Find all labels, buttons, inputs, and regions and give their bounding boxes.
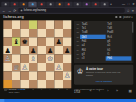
square-d2[interactable] [29,71,37,79]
square-g3[interactable]: ♙ [54,63,62,71]
square-e5[interactable] [37,46,45,54]
square-h2[interactable]: ♙ [63,71,71,79]
white-pawn[interactable]: ♙ [21,63,27,71]
square-a3[interactable] [3,63,11,71]
training-rating-card: Votre classement de tactique 1753 [74,88,104,94]
square-d5[interactable]: ♟ [29,46,37,54]
square-d3[interactable] [29,63,37,71]
taskbar-start-button[interactable] [0,99,4,102]
browser-window: + — □ ✕ ← → ⟳ lichess.org/training ☆ ≡ l… [0,0,136,102]
browser-tab[interactable] [1,2,9,7]
square-h8[interactable] [63,20,71,28]
square-e8[interactable] [37,20,45,28]
black-pawn[interactable]: ♟ [47,46,53,54]
square-a5[interactable]: ♟ [3,46,11,54]
puzzle-panel: 23Tad1Te824Te1Td825Txd8Fxd826Db3Rc627Fd4… [74,21,133,93]
search-icon[interactable] [115,16,117,18]
black-pawn[interactable]: ♟ [4,46,10,54]
square-c6[interactable]: ♚ [20,37,28,45]
tab-favicon [31,3,33,5]
browser-tab[interactable] [46,2,54,7]
square-c2[interactable] [20,71,28,79]
square-b6[interactable]: ♝ [12,37,20,45]
square-e6[interactable] [37,37,45,45]
browser-tab[interactable] [55,2,63,7]
rating-label: Votre classement de tactique [74,88,104,90]
white-pawn[interactable]: ♙ [55,63,61,71]
padlock-icon [21,9,23,11]
square-a6[interactable] [3,37,11,45]
square-f7[interactable] [46,29,54,37]
tab-favicon [4,3,6,5]
browser-tab[interactable] [37,2,45,7]
square-g6[interactable]: ♟ [54,37,62,45]
square-e2[interactable] [37,71,45,79]
square-c7[interactable] [20,29,28,37]
square-c8[interactable] [20,20,28,28]
white-queen[interactable]: ♕ [13,63,19,71]
square-e7[interactable] [37,29,45,37]
tab-favicon [103,3,105,5]
tab-favicon [94,3,96,5]
black-bishop[interactable]: ♝ [13,37,19,45]
board-area: ♝♚♟♟♟♟♟♙♗♔♕♙♙♙ abcdefgh [3,20,71,93]
square-b5[interactable] [12,46,20,54]
square-h7[interactable] [63,29,71,37]
url-bar[interactable]: lichess.org/training [18,8,124,13]
square-h6[interactable] [63,37,71,45]
window-controls: — □ ✕ [122,3,135,7]
black-pawn[interactable]: ♟ [55,37,61,45]
square-f8[interactable] [46,20,54,28]
tab-favicon [40,3,42,5]
maximize-icon[interactable]: □ [128,3,130,6]
white-bishop[interactable]: ♗ [30,54,36,62]
square-b2[interactable] [12,71,20,79]
reload-icon[interactable]: ⟳ [13,8,16,12]
view-solution-link[interactable]: Voir la solution [74,80,133,83]
square-b7[interactable] [12,29,20,37]
minimize-icon[interactable]: — [122,3,125,6]
menu-icon[interactable]: ≡ [132,8,134,12]
tab-favicon [49,3,51,5]
square-c3[interactable]: ♙ [20,63,28,71]
square-h5[interactable]: ♟ [63,46,71,54]
tab-favicon [76,3,78,5]
square-h4[interactable] [63,54,71,62]
square-f6[interactable] [46,37,54,45]
square-a8[interactable] [3,20,11,28]
white-move[interactable]: c3 [80,56,106,60]
username-menu[interactable]: joueur ▾ [123,15,132,18]
square-f5[interactable]: ♟ [46,46,54,54]
rating-value: 1753 [74,91,104,94]
browser-tab[interactable] [82,2,90,7]
bell-icon[interactable] [119,16,121,18]
browser-nav-bar: ← → ⟳ lichess.org/training ☆ ≡ [0,7,136,14]
black-pawn[interactable]: ♟ [64,46,70,54]
taskbar [0,99,136,102]
square-a7[interactable] [3,29,11,37]
turn-title: À votre tour [86,67,123,70]
tab-favicon [58,3,60,5]
square-c5[interactable] [20,46,28,54]
bookmark-star-icon[interactable]: ☆ [127,8,130,12]
black-pawn[interactable]: ♟ [30,46,36,54]
browser-tab[interactable] [100,2,108,7]
square-e3[interactable] [37,63,45,71]
back-icon[interactable]: ← [2,8,6,12]
tab-favicon [85,3,87,5]
avatar [4,88,7,91]
browser-tab[interactable] [64,2,72,7]
browser-tab[interactable] [73,2,81,7]
square-g2[interactable] [54,71,62,79]
square-e4[interactable] [37,54,45,62]
square-a4[interactable]: ♙ [3,54,11,62]
square-a2[interactable] [3,71,11,79]
square-b8[interactable] [12,20,20,28]
square-f4[interactable]: ♔ [46,54,54,62]
new-tab-button[interactable]: + [110,2,112,6]
square-d6[interactable] [29,37,37,45]
white-king[interactable]: ♔ [47,54,53,62]
black-move[interactable]: Fb6 [106,56,132,60]
forward-icon[interactable]: → [8,8,12,12]
square-c4[interactable] [20,54,28,62]
browser-tab[interactable] [19,2,27,7]
white-pawn[interactable]: ♙ [4,54,10,62]
black-king[interactable]: ♚ [21,37,27,45]
move-list-scrollbar[interactable] [132,21,133,62]
browser-tab[interactable] [28,2,36,7]
tab-favicon [13,3,15,5]
browser-tab[interactable] [10,2,18,7]
move-row: 31c3Fb6 [74,56,133,60]
chess-board[interactable]: ♝♚♟♟♟♟♟♙♗♔♕♙♙♙ [3,20,71,88]
square-g5[interactable] [54,46,62,54]
square-d4[interactable]: ♗ [29,54,37,62]
puzzle-rating-text: Noté 1859 [9,91,26,93]
square-g4[interactable] [54,54,62,62]
lichess-logo[interactable]: lichess.org [3,15,23,19]
square-g8[interactable] [54,20,62,28]
square-d7[interactable] [29,29,37,37]
puzzle-source-card: Puzzle #61523 Noté 1859 [4,88,67,94]
square-b3[interactable]: ♕ [12,63,20,71]
square-f2[interactable] [46,71,54,79]
tab-favicon [22,3,24,5]
your-turn-box: ♔ À votre tour Trouvez le meilleur coup … [74,65,133,85]
square-f3[interactable] [46,63,54,71]
url-text: lichess.org/training [24,9,46,12]
browser-tab-bar: + — □ ✕ [0,0,136,7]
turn-subtitle: Trouvez le meilleur coup pour les blancs… [86,71,123,76]
move-list: 23Tad1Te824Te1Td825Txd8Fxd826Db3Rc627Fd4… [74,21,133,63]
square-g7[interactable] [54,29,62,37]
close-icon[interactable]: ✕ [132,3,135,6]
square-h3[interactable] [63,63,71,71]
square-b4[interactable] [12,54,20,62]
tab-favicon [67,3,69,5]
browser-tab[interactable] [91,2,99,7]
white-pawn[interactable]: ♙ [64,71,70,79]
square-d8[interactable] [29,20,37,28]
